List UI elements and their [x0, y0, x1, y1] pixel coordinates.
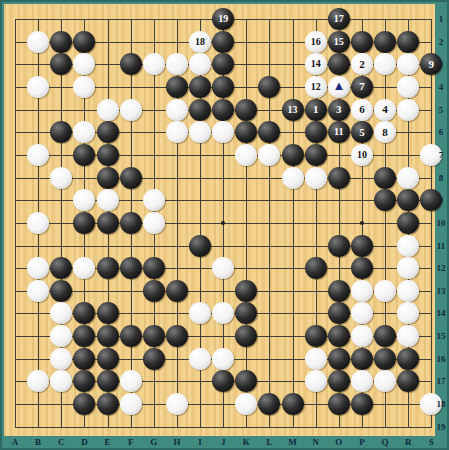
row-label-16: 16: [437, 354, 446, 364]
triangle-marker: ▲: [332, 79, 345, 92]
column-label-K: K: [243, 437, 250, 447]
stone-white-move-14[interactable]: 14: [305, 53, 327, 75]
stone-white-B7[interactable]: [27, 144, 49, 166]
stone-white-R11[interactable]: [397, 235, 419, 257]
stone-black-K17[interactable]: [235, 370, 257, 392]
column-label-J: J: [221, 437, 226, 447]
stone-black-Q9[interactable]: [374, 189, 396, 211]
stone-black-move-5[interactable]: 5: [351, 121, 373, 143]
row-label-17: 17: [437, 376, 446, 386]
stone-black-G16[interactable]: [143, 348, 165, 370]
stone-black-J3[interactable]: [212, 53, 234, 75]
star-point: [360, 221, 364, 225]
stone-white-C15[interactable]: [50, 325, 72, 347]
column-label-I: I: [198, 437, 202, 447]
stone-black-L18[interactable]: [258, 393, 280, 415]
stone-white-R3[interactable]: [397, 53, 419, 75]
row-label-8: 8: [439, 173, 444, 183]
column-label-H: H: [173, 437, 180, 447]
stone-white-E5[interactable]: [97, 99, 119, 121]
row-label-18: 18: [437, 399, 446, 409]
stone-black-P18[interactable]: [351, 393, 373, 415]
column-label-O: O: [335, 437, 342, 447]
stone-black-E7[interactable]: [97, 144, 119, 166]
stone-black-D16[interactable]: [73, 348, 95, 370]
column-label-N: N: [312, 437, 319, 447]
stone-black-R17[interactable]: [397, 370, 419, 392]
stone-white-move-8[interactable]: 8: [374, 121, 396, 143]
stone-white-I6[interactable]: [189, 121, 211, 143]
stone-black-O17[interactable]: [328, 370, 350, 392]
column-label-P: P: [359, 437, 365, 447]
stone-white-move-2[interactable]: 2: [351, 53, 373, 75]
stone-black-D17[interactable]: [73, 370, 95, 392]
stone-black-K5[interactable]: [235, 99, 257, 121]
stone-white-L7[interactable]: [258, 144, 280, 166]
column-label-A: A: [12, 437, 19, 447]
stone-white-N17[interactable]: [305, 370, 327, 392]
stone-black-P2[interactable]: [351, 31, 373, 53]
row-label-13: 13: [437, 286, 446, 296]
stone-black-D10[interactable]: [73, 212, 95, 234]
stone-white-C8[interactable]: [50, 167, 72, 189]
stone-white-J6[interactable]: [212, 121, 234, 143]
column-label-G: G: [150, 437, 157, 447]
stone-white-move-4[interactable]: 4: [374, 99, 396, 121]
stone-black-D18[interactable]: [73, 393, 95, 415]
stone-white-B17[interactable]: [27, 370, 49, 392]
stone-black-R16[interactable]: [397, 348, 419, 370]
stone-black-M18[interactable]: [282, 393, 304, 415]
row-label-19: 19: [437, 422, 446, 432]
stone-black-H15[interactable]: [166, 325, 188, 347]
stone-white-B2[interactable]: [27, 31, 49, 53]
stone-white-H18[interactable]: [166, 393, 188, 415]
stone-white-I3[interactable]: [189, 53, 211, 75]
stone-black-E12[interactable]: [97, 257, 119, 279]
stone-black-I4[interactable]: [189, 76, 211, 98]
stone-black-I11[interactable]: [189, 235, 211, 257]
stone-white-C14[interactable]: [50, 302, 72, 324]
stone-white-P13[interactable]: [351, 280, 373, 302]
stone-white-N8[interactable]: [305, 167, 327, 189]
row-label-15: 15: [437, 331, 446, 341]
stone-black-D14[interactable]: [73, 302, 95, 324]
stone-black-F12[interactable]: [120, 257, 142, 279]
stone-black-N12[interactable]: [305, 257, 327, 279]
stone-white-R4[interactable]: [397, 76, 419, 98]
stone-black-O13[interactable]: [328, 280, 350, 302]
row-label-11: 11: [437, 241, 446, 251]
stone-black-O18[interactable]: [328, 393, 350, 415]
stone-black-R10[interactable]: [397, 212, 419, 234]
stone-black-C6[interactable]: [50, 121, 72, 143]
stone-black-R9[interactable]: [397, 189, 419, 211]
star-point: [221, 221, 225, 225]
stone-white-P14[interactable]: [351, 302, 373, 324]
column-label-C: C: [58, 437, 65, 447]
row-label-7: 7: [439, 150, 444, 160]
stone-black-L4[interactable]: [258, 76, 280, 98]
column-label-B: B: [35, 437, 41, 447]
stone-black-J4[interactable]: [212, 76, 234, 98]
stone-black-P11[interactable]: [351, 235, 373, 257]
stone-white-F5[interactable]: [120, 99, 142, 121]
stone-white-I14[interactable]: [189, 302, 211, 324]
stone-black-C3[interactable]: [50, 53, 72, 75]
stone-white-J16[interactable]: [212, 348, 234, 370]
stone-white-D4[interactable]: [73, 76, 95, 98]
stone-white-R8[interactable]: [397, 167, 419, 189]
stone-black-move-17[interactable]: 17: [328, 8, 350, 30]
row-label-1: 1: [439, 14, 444, 24]
stone-white-move-16[interactable]: 16: [305, 31, 327, 53]
stone-black-move-15[interactable]: 15: [328, 31, 350, 53]
stone-white-J12[interactable]: [212, 257, 234, 279]
row-label-2: 2: [439, 37, 444, 47]
stone-black-Q2[interactable]: [374, 31, 396, 53]
stone-black-J2[interactable]: [212, 31, 234, 53]
stone-white-B13[interactable]: [27, 280, 49, 302]
go-board[interactable]: 1917181615142912▲7131364115810: [4, 4, 435, 436]
stone-white-D9[interactable]: [73, 189, 95, 211]
grid-line-v: [15, 19, 16, 428]
stone-white-Q13[interactable]: [374, 280, 396, 302]
row-label-6: 6: [439, 127, 444, 137]
stone-black-D2[interactable]: [73, 31, 95, 53]
stone-white-K18[interactable]: [235, 393, 257, 415]
stone-white-K7[interactable]: [235, 144, 257, 166]
stone-black-H13[interactable]: [166, 280, 188, 302]
stone-black-G13[interactable]: [143, 280, 165, 302]
stone-black-Q8[interactable]: [374, 167, 396, 189]
stone-black-P16[interactable]: [351, 348, 373, 370]
stone-white-H6[interactable]: [166, 121, 188, 143]
stone-white-C16[interactable]: [50, 348, 72, 370]
stone-white-H3[interactable]: [166, 53, 188, 75]
column-label-S: S: [429, 437, 434, 447]
stone-black-move-13[interactable]: 13: [282, 99, 304, 121]
column-label-Q: Q: [382, 437, 389, 447]
column-label-R: R: [405, 437, 412, 447]
row-label-9: 9: [439, 195, 444, 205]
stone-white-M8[interactable]: [282, 167, 304, 189]
stone-white-H5[interactable]: [166, 99, 188, 121]
stone-black-D7[interactable]: [73, 144, 95, 166]
stone-black-O16[interactable]: [328, 348, 350, 370]
stone-white-triangle-marked[interactable]: ▲: [328, 76, 350, 98]
stone-white-move-18[interactable]: 18: [189, 31, 211, 53]
stone-black-E17[interactable]: [97, 370, 119, 392]
stone-black-O15[interactable]: [328, 325, 350, 347]
stone-white-E9[interactable]: [97, 189, 119, 211]
stone-black-move-3[interactable]: 3: [328, 99, 350, 121]
stone-white-G10[interactable]: [143, 212, 165, 234]
grid-line-v: [246, 19, 247, 428]
stone-white-D3[interactable]: [73, 53, 95, 75]
stone-white-Q17[interactable]: [374, 370, 396, 392]
stone-white-B10[interactable]: [27, 212, 49, 234]
stone-black-R2[interactable]: [397, 31, 419, 53]
stone-black-L6[interactable]: [258, 121, 280, 143]
stone-black-F8[interactable]: [120, 167, 142, 189]
stone-white-R15[interactable]: [397, 325, 419, 347]
stone-white-move-6[interactable]: 6: [351, 99, 373, 121]
stone-black-Q16[interactable]: [374, 348, 396, 370]
stone-black-O11[interactable]: [328, 235, 350, 257]
stone-white-R5[interactable]: [397, 99, 419, 121]
stone-black-K14[interactable]: [235, 302, 257, 324]
column-label-D: D: [81, 437, 88, 447]
stone-white-B4[interactable]: [27, 76, 49, 98]
stone-black-E15[interactable]: [97, 325, 119, 347]
stone-white-D12[interactable]: [73, 257, 95, 279]
stone-black-E16[interactable]: [97, 348, 119, 370]
stone-black-Q15[interactable]: [374, 325, 396, 347]
stone-white-R12[interactable]: [397, 257, 419, 279]
stone-white-P17[interactable]: [351, 370, 373, 392]
row-label-4: 4: [439, 82, 444, 92]
stone-black-O8[interactable]: [328, 167, 350, 189]
stone-black-O14[interactable]: [328, 302, 350, 324]
stone-white-R13[interactable]: [397, 280, 419, 302]
grid-line-v: [293, 19, 294, 428]
stone-black-F10[interactable]: [120, 212, 142, 234]
stone-white-move-12[interactable]: 12: [305, 76, 327, 98]
stone-black-E14[interactable]: [97, 302, 119, 324]
column-label-M: M: [288, 437, 297, 447]
stone-white-F18[interactable]: [120, 393, 142, 415]
stone-black-E10[interactable]: [97, 212, 119, 234]
stone-black-G15[interactable]: [143, 325, 165, 347]
grid-line-v: [431, 19, 432, 428]
stone-white-I16[interactable]: [189, 348, 211, 370]
go-app-window: 1917181615142912▲7131364115810 ABCDEFGHI…: [0, 0, 449, 450]
stone-white-F17[interactable]: [120, 370, 142, 392]
stone-black-F15[interactable]: [120, 325, 142, 347]
stone-black-N7[interactable]: [305, 144, 327, 166]
stone-white-B12[interactable]: [27, 257, 49, 279]
stone-black-I5[interactable]: [189, 99, 211, 121]
stone-black-D15[interactable]: [73, 325, 95, 347]
stone-white-C17[interactable]: [50, 370, 72, 392]
stone-black-C13[interactable]: [50, 280, 72, 302]
stone-white-D6[interactable]: [73, 121, 95, 143]
stone-white-R14[interactable]: [397, 302, 419, 324]
row-label-14: 14: [437, 308, 446, 318]
stone-black-J17[interactable]: [212, 370, 234, 392]
stone-black-N15[interactable]: [305, 325, 327, 347]
stone-black-move-7[interactable]: 7: [351, 76, 373, 98]
stone-black-P12[interactable]: [351, 257, 373, 279]
stone-white-G3[interactable]: [143, 53, 165, 75]
stone-black-C2[interactable]: [50, 31, 72, 53]
stone-white-move-10[interactable]: 10: [351, 144, 373, 166]
row-label-3: 3: [439, 59, 444, 69]
stone-black-K6[interactable]: [235, 121, 257, 143]
column-label-L: L: [266, 437, 272, 447]
stone-black-J5[interactable]: [212, 99, 234, 121]
stone-black-M7[interactable]: [282, 144, 304, 166]
stone-white-Q3[interactable]: [374, 53, 396, 75]
row-label-12: 12: [437, 263, 446, 273]
stone-black-E8[interactable]: [97, 167, 119, 189]
stone-black-E18[interactable]: [97, 393, 119, 415]
stone-black-move-1[interactable]: 1: [305, 99, 327, 121]
stone-black-K13[interactable]: [235, 280, 257, 302]
row-label-5: 5: [439, 105, 444, 115]
stone-black-C12[interactable]: [50, 257, 72, 279]
stone-white-G9[interactable]: [143, 189, 165, 211]
row-label-10: 10: [437, 218, 446, 228]
stone-black-E6[interactable]: [97, 121, 119, 143]
stone-black-F3[interactable]: [120, 53, 142, 75]
stone-black-N6[interactable]: [305, 121, 327, 143]
stone-black-move-11[interactable]: 11: [328, 121, 350, 143]
stone-black-K15[interactable]: [235, 325, 257, 347]
column-label-E: E: [105, 437, 111, 447]
stone-white-J14[interactable]: [212, 302, 234, 324]
stone-black-G12[interactable]: [143, 257, 165, 279]
stone-black-H4[interactable]: [166, 76, 188, 98]
column-label-F: F: [128, 437, 134, 447]
stone-black-move-19[interactable]: 19: [212, 8, 234, 30]
stone-white-N16[interactable]: [305, 348, 327, 370]
stone-black-O3[interactable]: [328, 53, 350, 75]
stone-white-P15[interactable]: [351, 325, 373, 347]
